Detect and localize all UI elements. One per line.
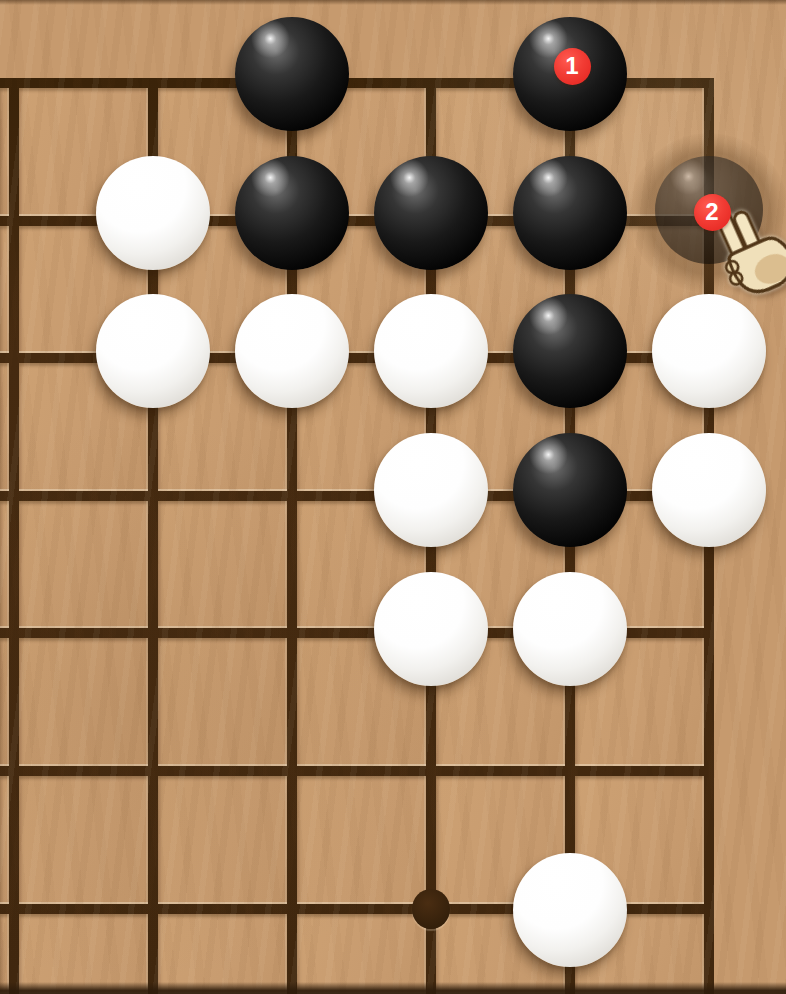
white-stone: [96, 294, 210, 408]
board-cell: [0, 88, 9, 216]
board-cell: [297, 776, 426, 904]
board-cell: [19, 776, 148, 904]
board-cell: [0, 776, 9, 904]
white-stone: [235, 294, 349, 408]
black-stone: [513, 294, 627, 408]
move-1-badge: 1: [554, 48, 591, 85]
board-cell: [158, 776, 287, 904]
board-cell: [19, 501, 148, 628]
white-stone: [374, 294, 488, 408]
black-stone: [235, 17, 349, 131]
board-cell: [0, 638, 9, 766]
black-stone: [513, 156, 627, 270]
white-stone: [374, 433, 488, 547]
white-stone: [652, 294, 766, 408]
white-stone: [652, 433, 766, 547]
black-stone: [374, 156, 488, 270]
white-stone: [96, 156, 210, 270]
board-bottom-edge-shadow: [0, 982, 786, 994]
move-2-badge: 2: [694, 194, 731, 231]
black-stone: [513, 433, 627, 547]
board-top-edge-shadow: [0, 0, 786, 5]
white-stone: [513, 853, 627, 967]
black-stone: [235, 156, 349, 270]
board-cell: [158, 638, 287, 766]
white-stone: [374, 572, 488, 686]
white-stone: [513, 572, 627, 686]
board-cell: [0, 363, 9, 491]
star-point: [412, 889, 450, 929]
board-cell: [0, 226, 9, 353]
board-cell: [19, 638, 148, 766]
board-cell: [158, 501, 287, 628]
board-cell: [0, 501, 9, 628]
go-board[interactable]: 12: [0, 0, 786, 994]
